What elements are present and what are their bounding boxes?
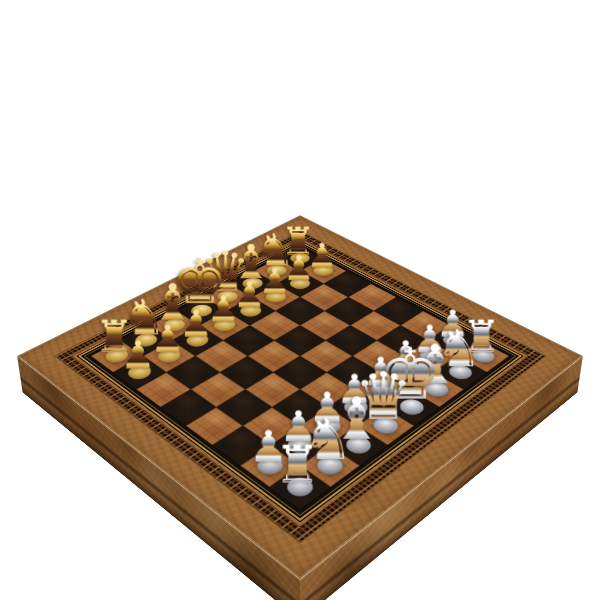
white-rook-glyph: ♜ bbox=[245, 440, 351, 489]
black-pawn-glyph: ♟ bbox=[91, 337, 183, 374]
product-photo-scene: ♜♞♝♚♛♝♞♜♟♟♟♟♟♟♟♟♟♟♟♟♟♟♟♟♜♞♝♛♚♝♞♜ bbox=[0, 0, 600, 600]
